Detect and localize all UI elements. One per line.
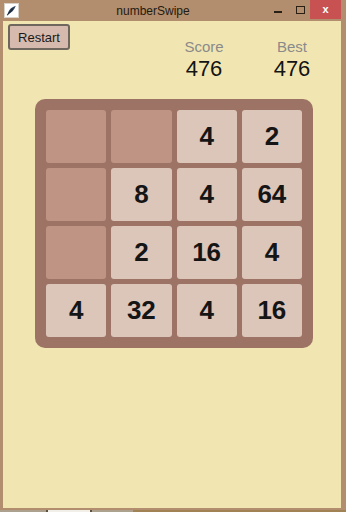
- tile-16: 16: [177, 226, 237, 279]
- empty-cell: [111, 110, 171, 163]
- tk-feather-icon[interactable]: [4, 3, 19, 18]
- game-area: Restart Score 476 Best 476 4284642164432…: [3, 21, 341, 508]
- empty-cell: [46, 110, 106, 163]
- tile-4: 4: [177, 110, 237, 163]
- close-button[interactable]: x: [310, 0, 341, 19]
- tile-16: 16: [242, 284, 302, 337]
- empty-cell: [46, 226, 106, 279]
- tile-32: 32: [111, 284, 171, 337]
- maximize-icon: [296, 6, 305, 14]
- titlebar[interactable]: numberSwipe x: [0, 0, 346, 21]
- tile-4: 4: [242, 226, 302, 279]
- tile-8: 8: [111, 168, 171, 221]
- empty-cell: [46, 168, 106, 221]
- restart-button[interactable]: Restart: [8, 24, 70, 50]
- app-window: numberSwipe x Restart Score 476 Best 476…: [0, 0, 346, 512]
- board[interactable]: 4284642164432416: [35, 99, 313, 348]
- score-value: 476: [169, 57, 239, 81]
- window-title: numberSwipe: [40, 3, 266, 19]
- best-label: Best: [257, 38, 327, 56]
- tile-4: 4: [177, 168, 237, 221]
- maximize-button[interactable]: [289, 0, 311, 19]
- tile-4: 4: [46, 284, 106, 337]
- score-panel: Score 476: [169, 38, 239, 81]
- best-value: 476: [257, 57, 327, 81]
- tile-64: 64: [242, 168, 302, 221]
- close-icon: x: [322, 0, 328, 19]
- score-label: Score: [169, 38, 239, 56]
- tile-2: 2: [111, 226, 171, 279]
- best-panel: Best 476: [257, 38, 327, 81]
- tile-2: 2: [242, 110, 302, 163]
- tile-4: 4: [177, 284, 237, 337]
- minimize-button[interactable]: [267, 0, 289, 19]
- scoreboard: Score 476 Best 476: [169, 38, 327, 81]
- minimize-icon: [274, 11, 282, 13]
